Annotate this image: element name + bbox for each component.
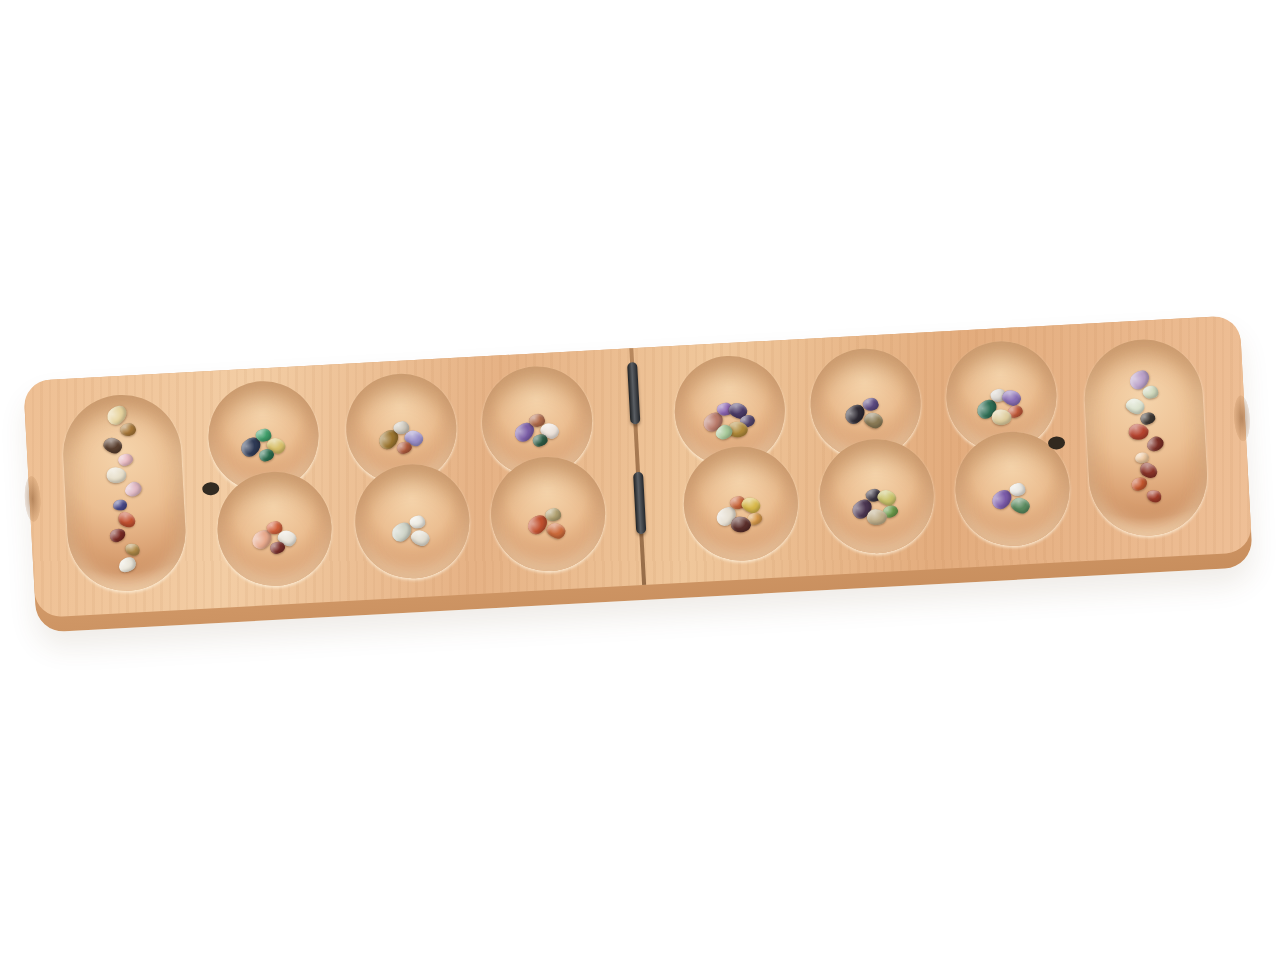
gemstone — [1144, 434, 1166, 455]
pit-bottom-2[interactable] — [352, 461, 472, 581]
gemstone — [1142, 385, 1160, 400]
photo-stage — [0, 0, 1280, 960]
gemstone — [108, 527, 127, 544]
gemstone — [122, 479, 144, 500]
gemstone — [116, 510, 138, 530]
gemstone — [116, 451, 134, 468]
gemstone — [1130, 476, 1149, 493]
magnet-dot-right — [1048, 436, 1066, 450]
pit-bottom-5[interactable] — [817, 436, 937, 556]
hinge-top — [627, 362, 640, 424]
pit-bottom-3[interactable] — [488, 454, 608, 574]
hinge-bottom — [633, 472, 646, 534]
gemstone — [545, 520, 568, 541]
gemstone — [1145, 489, 1162, 504]
gemstone — [101, 435, 124, 456]
gemstone — [409, 528, 432, 549]
gemstone — [862, 410, 885, 431]
finger-notch-left — [23, 475, 41, 522]
mancala-board — [23, 315, 1253, 632]
gemstone — [116, 554, 138, 575]
store-right — [1082, 337, 1210, 539]
store-left — [60, 392, 188, 594]
pit-bottom-4[interactable] — [681, 444, 801, 564]
gemstone — [113, 499, 128, 511]
gemstone — [119, 422, 137, 437]
board-surface — [23, 315, 1252, 618]
magnet-dot-left — [202, 482, 220, 496]
gemstone — [124, 542, 141, 557]
finger-notch-right — [1233, 395, 1251, 442]
pit-bottom-1[interactable] — [215, 469, 335, 589]
gemstone — [1009, 495, 1032, 516]
gemstone — [105, 466, 127, 485]
gemstone — [1128, 423, 1150, 442]
